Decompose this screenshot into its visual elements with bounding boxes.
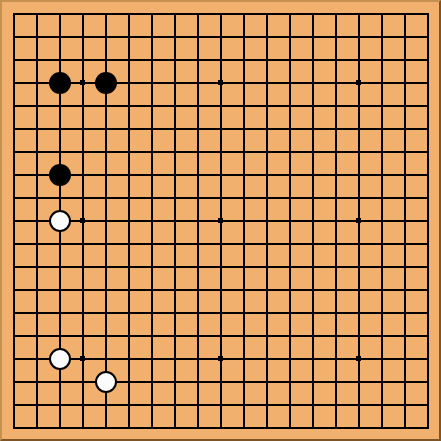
board-intersection[interactable] — [186, 94, 209, 117]
board-intersection[interactable] — [2, 301, 25, 324]
board-intersection[interactable] — [140, 278, 163, 301]
board-intersection[interactable] — [209, 209, 232, 232]
board-intersection[interactable] — [140, 2, 163, 25]
board-intersection[interactable] — [370, 255, 393, 278]
board-intersection[interactable] — [393, 117, 416, 140]
board-intersection[interactable] — [370, 186, 393, 209]
board-intersection[interactable] — [48, 324, 71, 347]
board-intersection[interactable] — [140, 393, 163, 416]
board-intersection[interactable] — [324, 255, 347, 278]
board-intersection[interactable] — [117, 232, 140, 255]
board-intersection[interactable] — [370, 140, 393, 163]
board-intersection[interactable] — [255, 25, 278, 48]
board-intersection[interactable] — [94, 186, 117, 209]
board-intersection[interactable] — [232, 140, 255, 163]
board-intersection[interactable] — [48, 25, 71, 48]
board-intersection[interactable] — [347, 347, 370, 370]
board-intersection[interactable] — [209, 278, 232, 301]
board-intersection[interactable] — [416, 71, 439, 94]
board-intersection[interactable] — [416, 416, 439, 439]
board-intersection[interactable] — [255, 324, 278, 347]
board-intersection[interactable] — [94, 163, 117, 186]
board-intersection[interactable] — [2, 48, 25, 71]
board-intersection[interactable] — [48, 370, 71, 393]
board-intersection[interactable] — [209, 324, 232, 347]
board-intersection[interactable] — [416, 347, 439, 370]
board-intersection[interactable] — [370, 2, 393, 25]
board-intersection[interactable] — [301, 347, 324, 370]
board-intersection[interactable] — [301, 140, 324, 163]
board-intersection[interactable] — [255, 255, 278, 278]
board-intersection[interactable] — [278, 48, 301, 71]
board-intersection[interactable] — [324, 232, 347, 255]
board-intersection[interactable] — [209, 94, 232, 117]
board-intersection[interactable] — [140, 140, 163, 163]
board-intersection[interactable] — [25, 25, 48, 48]
board-intersection[interactable] — [2, 186, 25, 209]
board-intersection[interactable] — [71, 347, 94, 370]
board-intersection[interactable] — [301, 186, 324, 209]
board-intersection[interactable] — [140, 324, 163, 347]
board-intersection[interactable] — [117, 48, 140, 71]
board-intersection[interactable] — [163, 209, 186, 232]
board-intersection[interactable] — [301, 278, 324, 301]
board-intersection[interactable] — [232, 163, 255, 186]
board-intersection[interactable] — [324, 48, 347, 71]
board-intersection[interactable] — [2, 94, 25, 117]
board-intersection[interactable] — [140, 186, 163, 209]
board-intersection[interactable] — [186, 186, 209, 209]
board-intersection[interactable] — [255, 370, 278, 393]
board-intersection[interactable] — [232, 324, 255, 347]
board-intersection[interactable] — [117, 163, 140, 186]
board-intersection[interactable] — [416, 278, 439, 301]
board-intersection[interactable] — [278, 209, 301, 232]
board-intersection[interactable] — [278, 117, 301, 140]
board-intersection[interactable] — [186, 416, 209, 439]
board-intersection[interactable] — [140, 117, 163, 140]
board-intersection[interactable] — [117, 278, 140, 301]
board-intersection[interactable] — [48, 393, 71, 416]
board-intersection[interactable] — [2, 163, 25, 186]
board-intersection[interactable] — [324, 140, 347, 163]
board-intersection[interactable] — [186, 48, 209, 71]
board-intersection[interactable] — [163, 140, 186, 163]
board-intersection[interactable] — [232, 278, 255, 301]
board-intersection[interactable] — [416, 255, 439, 278]
board-intersection[interactable] — [347, 186, 370, 209]
board-intersection[interactable] — [163, 2, 186, 25]
board-intersection[interactable] — [278, 393, 301, 416]
board-intersection[interactable] — [301, 117, 324, 140]
board-intersection[interactable] — [324, 71, 347, 94]
board-intersection[interactable] — [163, 278, 186, 301]
board-intersection[interactable] — [48, 255, 71, 278]
board-intersection[interactable] — [48, 232, 71, 255]
board-intersection[interactable] — [393, 232, 416, 255]
board-intersection[interactable] — [301, 255, 324, 278]
board-intersection[interactable] — [25, 232, 48, 255]
board-intersection[interactable] — [393, 393, 416, 416]
board-intersection[interactable] — [232, 255, 255, 278]
board-intersection[interactable] — [71, 71, 94, 94]
board-intersection[interactable] — [347, 163, 370, 186]
board-intersection[interactable] — [2, 255, 25, 278]
board-intersection[interactable] — [186, 71, 209, 94]
board-intersection[interactable] — [140, 94, 163, 117]
board-intersection[interactable] — [324, 370, 347, 393]
board-intersection[interactable] — [94, 71, 117, 94]
board-intersection[interactable] — [2, 370, 25, 393]
board-intersection[interactable] — [416, 370, 439, 393]
board-intersection[interactable] — [232, 71, 255, 94]
board-intersection[interactable] — [117, 94, 140, 117]
board-intersection[interactable] — [94, 393, 117, 416]
board-intersection[interactable] — [48, 301, 71, 324]
board-intersection[interactable] — [163, 232, 186, 255]
board-intersection[interactable] — [416, 117, 439, 140]
board-intersection[interactable] — [232, 232, 255, 255]
board-intersection[interactable] — [370, 25, 393, 48]
board-intersection[interactable] — [324, 25, 347, 48]
board-intersection[interactable] — [347, 2, 370, 25]
board-intersection[interactable] — [48, 48, 71, 71]
board-intersection[interactable] — [71, 370, 94, 393]
board-intersection[interactable] — [48, 278, 71, 301]
board-intersection[interactable] — [393, 186, 416, 209]
board-intersection[interactable] — [393, 347, 416, 370]
board-intersection[interactable] — [301, 163, 324, 186]
board-intersection[interactable] — [324, 278, 347, 301]
board-intersection[interactable] — [163, 416, 186, 439]
board-intersection[interactable] — [370, 278, 393, 301]
board-intersection[interactable] — [393, 278, 416, 301]
board-intersection[interactable] — [163, 48, 186, 71]
board-intersection[interactable] — [186, 301, 209, 324]
board-intersection[interactable] — [324, 186, 347, 209]
board-intersection[interactable] — [301, 370, 324, 393]
board-intersection[interactable] — [117, 370, 140, 393]
board-intersection[interactable] — [255, 186, 278, 209]
board-intersection[interactable] — [347, 48, 370, 71]
board-intersection[interactable] — [324, 117, 347, 140]
board-intersection[interactable] — [2, 393, 25, 416]
board-intersection[interactable] — [94, 94, 117, 117]
board-intersection[interactable] — [163, 117, 186, 140]
board-intersection[interactable] — [393, 163, 416, 186]
board-intersection[interactable] — [117, 140, 140, 163]
board-intersection[interactable] — [278, 370, 301, 393]
board-intersection[interactable] — [48, 117, 71, 140]
board-intersection[interactable] — [25, 48, 48, 71]
board-intersection[interactable] — [255, 163, 278, 186]
board-intersection[interactable] — [347, 71, 370, 94]
board-intersection[interactable] — [2, 416, 25, 439]
board-intersection[interactable] — [25, 71, 48, 94]
board-intersection[interactable] — [25, 209, 48, 232]
board-intersection[interactable] — [416, 163, 439, 186]
board-intersection[interactable] — [209, 163, 232, 186]
board-intersection[interactable] — [393, 48, 416, 71]
board-intersection[interactable] — [232, 94, 255, 117]
board-intersection[interactable] — [232, 393, 255, 416]
board-intersection[interactable] — [94, 255, 117, 278]
board-intersection[interactable] — [94, 2, 117, 25]
board-intersection[interactable] — [416, 301, 439, 324]
board-intersection[interactable] — [2, 232, 25, 255]
board-intersection[interactable] — [347, 209, 370, 232]
board-intersection[interactable] — [2, 324, 25, 347]
board-intersection[interactable] — [324, 209, 347, 232]
board-intersection[interactable] — [347, 324, 370, 347]
board-intersection[interactable] — [94, 347, 117, 370]
board-intersection[interactable] — [347, 416, 370, 439]
board-intersection[interactable] — [48, 2, 71, 25]
board-intersection[interactable] — [94, 416, 117, 439]
board-intersection[interactable] — [186, 163, 209, 186]
board-intersection[interactable] — [94, 117, 117, 140]
board-intersection[interactable] — [232, 416, 255, 439]
board-intersection[interactable] — [48, 71, 71, 94]
board-intersection[interactable] — [2, 117, 25, 140]
board-intersection[interactable] — [117, 255, 140, 278]
board-intersection[interactable] — [71, 94, 94, 117]
board-intersection[interactable] — [209, 255, 232, 278]
board-intersection[interactable] — [25, 324, 48, 347]
board-intersection[interactable] — [117, 324, 140, 347]
board-intersection[interactable] — [209, 25, 232, 48]
board-intersection[interactable] — [255, 71, 278, 94]
board-intersection[interactable] — [2, 209, 25, 232]
board-intersection[interactable] — [2, 278, 25, 301]
board-intersection[interactable] — [163, 163, 186, 186]
board-intersection[interactable] — [209, 301, 232, 324]
board-intersection[interactable] — [117, 186, 140, 209]
board-intersection[interactable] — [209, 370, 232, 393]
board-intersection[interactable] — [71, 232, 94, 255]
board-intersection[interactable] — [71, 393, 94, 416]
board-intersection[interactable] — [393, 324, 416, 347]
board-intersection[interactable] — [209, 393, 232, 416]
board-intersection[interactable] — [347, 25, 370, 48]
board-intersection[interactable] — [186, 209, 209, 232]
board-intersection[interactable] — [94, 140, 117, 163]
board-intersection[interactable] — [255, 2, 278, 25]
board-intersection[interactable] — [255, 301, 278, 324]
board-intersection[interactable] — [71, 25, 94, 48]
board-intersection[interactable] — [48, 416, 71, 439]
board-intersection[interactable] — [71, 301, 94, 324]
board-intersection[interactable] — [140, 301, 163, 324]
board-intersection[interactable] — [117, 416, 140, 439]
board-intersection[interactable] — [278, 94, 301, 117]
board-intersection[interactable] — [278, 140, 301, 163]
board-intersection[interactable] — [370, 232, 393, 255]
board-intersection[interactable] — [186, 2, 209, 25]
board-intersection[interactable] — [163, 186, 186, 209]
board-intersection[interactable] — [347, 140, 370, 163]
board-intersection[interactable] — [347, 278, 370, 301]
board-intersection[interactable] — [278, 163, 301, 186]
board-intersection[interactable] — [255, 117, 278, 140]
board-intersection[interactable] — [163, 25, 186, 48]
board-intersection[interactable] — [370, 370, 393, 393]
board-intersection[interactable] — [324, 2, 347, 25]
board-intersection[interactable] — [347, 117, 370, 140]
board-intersection[interactable] — [25, 278, 48, 301]
board-intersection[interactable] — [94, 209, 117, 232]
board-intersection[interactable] — [232, 209, 255, 232]
board-intersection[interactable] — [301, 324, 324, 347]
board-intersection[interactable] — [25, 94, 48, 117]
board-intersection[interactable] — [2, 25, 25, 48]
board-intersection[interactable] — [71, 209, 94, 232]
board-intersection[interactable] — [140, 48, 163, 71]
board-intersection[interactable] — [186, 324, 209, 347]
board-intersection[interactable] — [255, 209, 278, 232]
board-intersection[interactable] — [48, 94, 71, 117]
board-intersection[interactable] — [278, 186, 301, 209]
board-intersection[interactable] — [301, 71, 324, 94]
board-intersection[interactable] — [393, 2, 416, 25]
board-intersection[interactable] — [94, 370, 117, 393]
board-intersection[interactable] — [94, 324, 117, 347]
board-intersection[interactable] — [94, 301, 117, 324]
board-intersection[interactable] — [186, 25, 209, 48]
board-intersection[interactable] — [140, 25, 163, 48]
board-intersection[interactable] — [324, 163, 347, 186]
board-intersection[interactable] — [301, 209, 324, 232]
board-intersection[interactable] — [278, 278, 301, 301]
board-intersection[interactable] — [278, 2, 301, 25]
board-intersection[interactable] — [393, 25, 416, 48]
board-intersection[interactable] — [163, 71, 186, 94]
board-intersection[interactable] — [232, 48, 255, 71]
board-intersection[interactable] — [416, 232, 439, 255]
board-intersection[interactable] — [117, 209, 140, 232]
board-intersection[interactable] — [393, 140, 416, 163]
board-intersection[interactable] — [347, 255, 370, 278]
board-intersection[interactable] — [209, 347, 232, 370]
board-intersection[interactable] — [278, 416, 301, 439]
board-intersection[interactable] — [209, 140, 232, 163]
board-intersection[interactable] — [393, 71, 416, 94]
board-intersection[interactable] — [370, 163, 393, 186]
board-intersection[interactable] — [48, 140, 71, 163]
board-intersection[interactable] — [370, 301, 393, 324]
board-intersection[interactable] — [71, 2, 94, 25]
board-intersection[interactable] — [393, 94, 416, 117]
board-intersection[interactable] — [278, 25, 301, 48]
board-intersection[interactable] — [163, 94, 186, 117]
board-intersection[interactable] — [255, 232, 278, 255]
board-intersection[interactable] — [2, 2, 25, 25]
board-intersection[interactable] — [25, 2, 48, 25]
board-intersection[interactable] — [278, 347, 301, 370]
board-intersection[interactable] — [301, 48, 324, 71]
board-intersection[interactable] — [94, 278, 117, 301]
board-intersection[interactable] — [393, 416, 416, 439]
board-intersection[interactable] — [140, 71, 163, 94]
board-intersection[interactable] — [370, 324, 393, 347]
board-intersection[interactable] — [393, 255, 416, 278]
board-intersection[interactable] — [370, 48, 393, 71]
board-intersection[interactable] — [186, 117, 209, 140]
board-intersection[interactable] — [117, 25, 140, 48]
board-intersection[interactable] — [255, 140, 278, 163]
board-intersection[interactable] — [393, 209, 416, 232]
board-intersection[interactable] — [209, 48, 232, 71]
board-intersection[interactable] — [71, 186, 94, 209]
board-intersection[interactable] — [232, 347, 255, 370]
board-intersection[interactable] — [301, 301, 324, 324]
board-intersection[interactable] — [48, 347, 71, 370]
board-intersection[interactable] — [301, 393, 324, 416]
board-intersection[interactable] — [255, 278, 278, 301]
board-intersection[interactable] — [255, 347, 278, 370]
board-intersection[interactable] — [2, 71, 25, 94]
board-intersection[interactable] — [140, 163, 163, 186]
board-intersection[interactable] — [301, 416, 324, 439]
board-intersection[interactable] — [186, 255, 209, 278]
board-intersection[interactable] — [324, 301, 347, 324]
board-intersection[interactable] — [393, 370, 416, 393]
board-intersection[interactable] — [301, 94, 324, 117]
board-intersection[interactable] — [324, 416, 347, 439]
board-intersection[interactable] — [416, 2, 439, 25]
board-intersection[interactable] — [370, 209, 393, 232]
board-intersection[interactable] — [71, 140, 94, 163]
board-intersection[interactable] — [301, 25, 324, 48]
board-intersection[interactable] — [71, 255, 94, 278]
board-intersection[interactable] — [209, 2, 232, 25]
board-intersection[interactable] — [48, 163, 71, 186]
board-intersection[interactable] — [140, 209, 163, 232]
board-intersection[interactable] — [416, 186, 439, 209]
board-intersection[interactable] — [416, 393, 439, 416]
board-intersection[interactable] — [232, 301, 255, 324]
board-intersection[interactable] — [117, 71, 140, 94]
board-intersection[interactable] — [370, 71, 393, 94]
board-intersection[interactable] — [186, 370, 209, 393]
board-intersection[interactable] — [71, 324, 94, 347]
board-intersection[interactable] — [25, 301, 48, 324]
board-intersection[interactable] — [163, 301, 186, 324]
board-intersection[interactable] — [347, 94, 370, 117]
board-intersection[interactable] — [347, 393, 370, 416]
board-intersection[interactable] — [347, 232, 370, 255]
board-intersection[interactable] — [301, 2, 324, 25]
board-intersection[interactable] — [324, 324, 347, 347]
board-intersection[interactable] — [278, 324, 301, 347]
board-intersection[interactable] — [232, 186, 255, 209]
board-intersection[interactable] — [25, 416, 48, 439]
board-intersection[interactable] — [324, 347, 347, 370]
board-intersection[interactable] — [94, 232, 117, 255]
board-intersection[interactable] — [71, 278, 94, 301]
board-intersection[interactable] — [416, 209, 439, 232]
board-intersection[interactable] — [140, 255, 163, 278]
board-intersection[interactable] — [324, 94, 347, 117]
board-intersection[interactable] — [25, 255, 48, 278]
board-intersection[interactable] — [416, 48, 439, 71]
board-intersection[interactable] — [140, 347, 163, 370]
board-intersection[interactable] — [94, 25, 117, 48]
board-intersection[interactable] — [255, 393, 278, 416]
board-intersection[interactable] — [140, 232, 163, 255]
board-intersection[interactable] — [117, 393, 140, 416]
board-intersection[interactable] — [370, 393, 393, 416]
